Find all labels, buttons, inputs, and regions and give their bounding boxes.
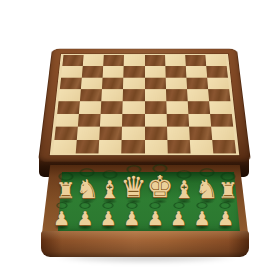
board-square <box>101 101 123 113</box>
chess-piece-white-pawn: ♟ <box>76 209 93 228</box>
board-square <box>210 114 233 127</box>
board-square <box>81 78 103 90</box>
board-square <box>165 78 186 90</box>
board-square <box>59 89 81 101</box>
board-square <box>82 66 103 77</box>
board-square <box>212 140 236 154</box>
chess-piece-white-pawn: ♟ <box>147 209 164 228</box>
chess-box-photo: ♜♞♝♛♚♝♞♜ ♟♟♟♟♟♟♟♟ <box>0 0 280 280</box>
chess-piece-white-queen: ♛ <box>121 173 147 202</box>
board-square <box>122 114 144 127</box>
board-square <box>145 55 166 66</box>
board-square <box>186 66 207 77</box>
chess-piece-white-pawn: ♟ <box>123 209 140 228</box>
board-square <box>76 140 100 154</box>
board-square <box>54 127 78 140</box>
board-square <box>145 89 166 101</box>
board-square <box>80 89 102 101</box>
board-square <box>99 140 122 154</box>
board-square <box>166 89 188 101</box>
tray-back-row: ♜♞♝♛♚♝♞♜ <box>56 166 234 202</box>
board-square <box>83 55 104 66</box>
chess-piece-white-pawn: ♟ <box>53 209 70 228</box>
board-square <box>166 101 188 113</box>
board-square <box>102 78 123 90</box>
board-square <box>122 127 145 140</box>
chess-box-lid <box>38 49 251 162</box>
board-square <box>207 78 229 90</box>
board-square <box>187 89 209 101</box>
chess-board <box>50 54 240 155</box>
board-square <box>186 78 208 90</box>
chess-piece-white-pawn: ♟ <box>100 209 117 228</box>
board-square <box>57 101 80 113</box>
board-square <box>145 78 166 90</box>
board-square <box>167 127 190 140</box>
chess-piece-white-rook: ♜ <box>56 180 76 202</box>
board-square <box>78 114 101 127</box>
board-square <box>103 55 124 66</box>
board-square <box>189 127 212 140</box>
chess-piece-white-pawn: ♟ <box>194 209 211 228</box>
board-square <box>211 127 235 140</box>
drawer-front-panel[interactable] <box>41 231 249 257</box>
board-square <box>188 114 211 127</box>
board-square <box>60 78 82 90</box>
chess-piece-white-pawn: ♟ <box>217 209 234 228</box>
board-square <box>123 89 144 101</box>
board-square <box>205 55 226 66</box>
board-square <box>61 66 83 77</box>
board-square <box>103 66 124 77</box>
board-square <box>167 140 190 154</box>
board-square <box>166 114 189 127</box>
board-square <box>53 140 77 154</box>
board-square <box>124 66 145 77</box>
board-square <box>145 140 168 154</box>
board-square <box>123 78 144 90</box>
board-square <box>209 101 232 113</box>
board-square <box>102 89 124 101</box>
board-square <box>145 66 166 77</box>
chess-piece-white-bishop: ♝ <box>173 178 195 202</box>
board-square <box>165 66 186 77</box>
board-square <box>185 55 206 66</box>
board-square <box>124 55 145 66</box>
piece-tray: ♜♞♝♛♚♝♞♜ ♟♟♟♟♟♟♟♟ <box>56 166 234 228</box>
board-square <box>208 89 230 101</box>
tray-pawn-row: ♟♟♟♟♟♟♟♟ <box>53 204 234 228</box>
board-square <box>145 101 167 113</box>
chess-piece-white-knight: ♞ <box>195 176 218 202</box>
board-square <box>165 55 186 66</box>
chess-piece-white-rook: ♜ <box>218 180 238 202</box>
chess-piece-white-king: ♚ <box>147 172 174 202</box>
chess-piece-white-knight: ♞ <box>76 176 99 202</box>
board-square <box>100 114 123 127</box>
board-square <box>56 114 79 127</box>
board-square <box>123 101 145 113</box>
board-square <box>206 66 228 77</box>
board-square <box>62 55 83 66</box>
board-square <box>145 114 167 127</box>
chess-piece-white-bishop: ♝ <box>99 178 121 202</box>
board-square <box>145 127 168 140</box>
board-square <box>79 101 101 113</box>
chess-piece-white-pawn: ♟ <box>170 209 187 228</box>
board-square <box>187 101 209 113</box>
board-square <box>99 127 122 140</box>
board-square <box>77 127 100 140</box>
board-square <box>122 140 145 154</box>
board-square <box>190 140 214 154</box>
